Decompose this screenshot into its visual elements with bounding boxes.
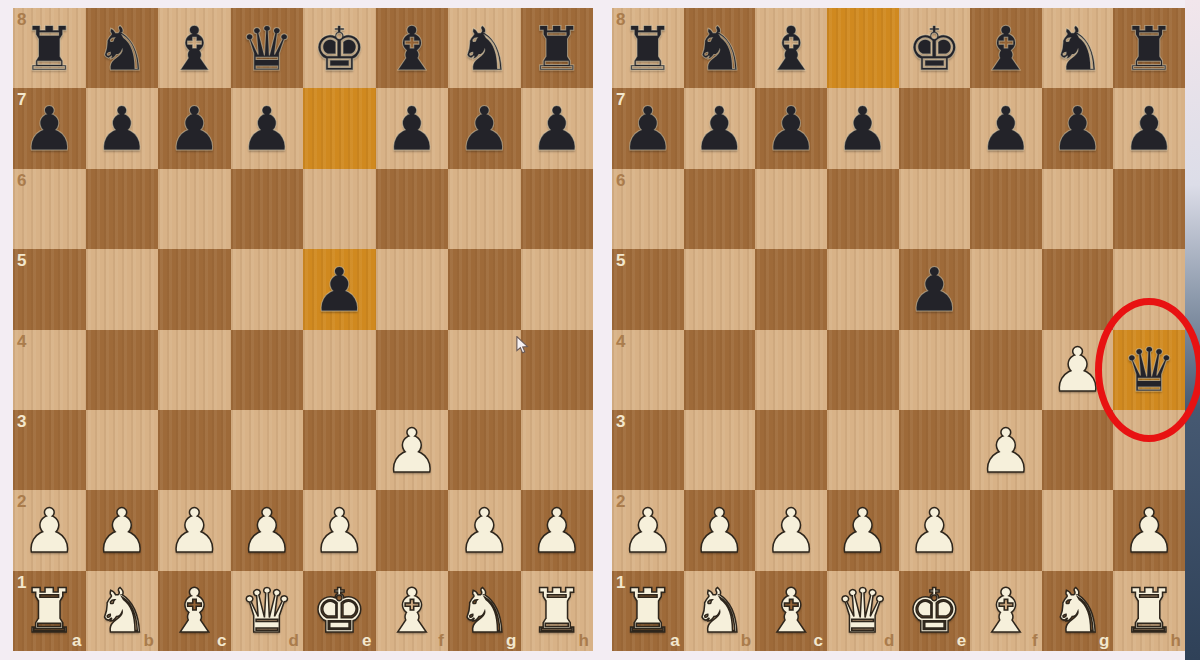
square-e2-right[interactable]: ♟ — [899, 490, 971, 570]
square-h4-right[interactable]: ♛ — [1113, 330, 1185, 410]
piece-white-king-e1[interactable]: ♚ — [312, 580, 367, 641]
piece-black-pawn-g7[interactable]: ♟ — [457, 98, 512, 159]
square-c5-left[interactable] — [158, 249, 231, 329]
square-e8-left[interactable]: ♚ — [303, 8, 376, 88]
square-b1-left[interactable]: b♞ — [86, 571, 159, 651]
square-a8-left[interactable]: 8♜ — [13, 8, 86, 88]
square-f8-left[interactable]: ♝ — [376, 8, 449, 88]
square-c6-left[interactable] — [158, 169, 231, 249]
piece-white-king-e1[interactable]: ♚ — [907, 580, 962, 641]
square-b4-right[interactable] — [684, 330, 756, 410]
piece-white-pawn-b2[interactable]: ♟ — [692, 500, 747, 561]
square-g8-left[interactable]: ♞ — [448, 8, 521, 88]
square-c6-right[interactable] — [755, 169, 827, 249]
piece-black-pawn-e5[interactable]: ♟ — [312, 259, 367, 320]
square-g3-right[interactable] — [1042, 410, 1114, 490]
chess-board-left[interactable]: 8♜♞♝♛♚♝♞♜7♟♟♟♟♟♟♟65♟43♟2♟♟♟♟♟♟♟1a♜b♞c♝d♛… — [13, 8, 593, 651]
square-h8-right[interactable]: ♜ — [1113, 8, 1185, 88]
square-d1-left[interactable]: d♛ — [231, 571, 304, 651]
square-a7-left[interactable]: 7♟ — [13, 88, 86, 168]
square-c1-right[interactable]: c♝ — [755, 571, 827, 651]
square-h1-left[interactable]: h♜ — [521, 571, 594, 651]
square-b5-right[interactable] — [684, 249, 756, 329]
square-h8-left[interactable]: ♜ — [521, 8, 594, 88]
piece-white-pawn-d2[interactable]: ♟ — [239, 500, 294, 561]
piece-white-knight-g1[interactable]: ♞ — [1050, 580, 1105, 641]
piece-black-knight-g8[interactable]: ♞ — [457, 18, 512, 79]
square-c5-right[interactable] — [755, 249, 827, 329]
square-c3-right[interactable] — [755, 410, 827, 490]
square-f7-right[interactable]: ♟ — [970, 88, 1042, 168]
square-h2-left[interactable]: ♟ — [521, 490, 594, 570]
piece-black-knight-g8[interactable]: ♞ — [1050, 18, 1105, 79]
piece-white-rook-a1[interactable]: ♜ — [22, 580, 77, 641]
square-e7-left[interactable] — [303, 88, 376, 168]
piece-white-rook-h1[interactable]: ♜ — [529, 580, 584, 641]
square-b6-left[interactable] — [86, 169, 159, 249]
piece-white-pawn-g4[interactable]: ♟ — [1050, 339, 1105, 400]
square-g1-left[interactable]: g♞ — [448, 571, 521, 651]
square-d2-left[interactable]: ♟ — [231, 490, 304, 570]
square-a1-left[interactable]: 1a♜ — [13, 571, 86, 651]
square-f4-left[interactable] — [376, 330, 449, 410]
square-a4-left[interactable]: 4 — [13, 330, 86, 410]
square-b5-left[interactable] — [86, 249, 159, 329]
rank-label-4: 4 — [17, 333, 26, 350]
piece-black-bishop-f8[interactable]: ♝ — [384, 18, 439, 79]
piece-white-knight-g1[interactable]: ♞ — [457, 580, 512, 641]
piece-black-bishop-f8[interactable]: ♝ — [979, 18, 1034, 79]
square-a6-left[interactable]: 6 — [13, 169, 86, 249]
square-e4-right[interactable] — [899, 330, 971, 410]
square-f5-left[interactable] — [376, 249, 449, 329]
square-a2-right[interactable]: 2♟ — [612, 490, 684, 570]
piece-white-rook-h1[interactable]: ♜ — [1122, 580, 1177, 641]
piece-white-pawn-g2[interactable]: ♟ — [457, 500, 512, 561]
piece-white-pawn-f3[interactable]: ♟ — [979, 420, 1034, 481]
square-b2-right[interactable]: ♟ — [684, 490, 756, 570]
square-b2-left[interactable]: ♟ — [86, 490, 159, 570]
piece-white-pawn-f3[interactable]: ♟ — [384, 420, 439, 481]
square-d5-left[interactable] — [231, 249, 304, 329]
piece-white-bishop-f1[interactable]: ♝ — [384, 580, 439, 641]
piece-white-pawn-h2[interactable]: ♟ — [1122, 500, 1177, 561]
square-h2-right[interactable]: ♟ — [1113, 490, 1185, 570]
piece-black-pawn-b7[interactable]: ♟ — [692, 98, 747, 159]
square-f2-left[interactable] — [376, 490, 449, 570]
square-d6-right[interactable] — [827, 169, 899, 249]
piece-black-rook-h8[interactable]: ♜ — [1122, 18, 1177, 79]
square-c4-left[interactable] — [158, 330, 231, 410]
square-f4-right[interactable] — [970, 330, 1042, 410]
piece-black-pawn-c7[interactable]: ♟ — [764, 98, 819, 159]
piece-black-pawn-b7[interactable]: ♟ — [94, 98, 149, 159]
square-d5-right[interactable] — [827, 249, 899, 329]
square-h5-right[interactable] — [1113, 249, 1185, 329]
square-b3-left[interactable] — [86, 410, 159, 490]
square-h4-left[interactable] — [521, 330, 594, 410]
square-c4-right[interactable] — [755, 330, 827, 410]
square-c8-right[interactable]: ♝ — [755, 8, 827, 88]
square-g5-right[interactable] — [1042, 249, 1114, 329]
square-c7-left[interactable]: ♟ — [158, 88, 231, 168]
square-g6-left[interactable] — [448, 169, 521, 249]
square-g2-left[interactable]: ♟ — [448, 490, 521, 570]
file-label-f: f — [438, 632, 444, 649]
square-g4-right[interactable]: ♟ — [1042, 330, 1114, 410]
square-a3-left[interactable]: 3 — [13, 410, 86, 490]
square-g7-right[interactable]: ♟ — [1042, 88, 1114, 168]
square-d3-right[interactable] — [827, 410, 899, 490]
piece-white-rook-a1[interactable]: ♜ — [620, 580, 675, 641]
square-b6-right[interactable] — [684, 169, 756, 249]
square-d4-left[interactable] — [231, 330, 304, 410]
piece-black-rook-a8[interactable]: ♜ — [620, 18, 675, 79]
square-f3-left[interactable]: ♟ — [376, 410, 449, 490]
square-f5-right[interactable] — [970, 249, 1042, 329]
square-a8-right[interactable]: 8♜ — [612, 8, 684, 88]
square-c8-left[interactable]: ♝ — [158, 8, 231, 88]
square-e6-left[interactable] — [303, 169, 376, 249]
square-d8-right[interactable] — [827, 8, 899, 88]
square-f6-left[interactable] — [376, 169, 449, 249]
square-h7-left[interactable]: ♟ — [521, 88, 594, 168]
square-e5-left[interactable]: ♟ — [303, 249, 376, 329]
chess-board-right[interactable]: 8♜♞♝♚♝♞♜7♟♟♟♟♟♟♟65♟4♟♛3♟2♟♟♟♟♟♟1a♜b♞c♝d♛… — [612, 8, 1185, 651]
square-g2-right[interactable] — [1042, 490, 1114, 570]
screenshot-canvas: 8♜♞♝♛♚♝♞♜7♟♟♟♟♟♟♟65♟43♟2♟♟♟♟♟♟♟1a♜b♞c♝d♛… — [0, 0, 1200, 660]
piece-black-king-e8[interactable]: ♚ — [312, 18, 367, 79]
square-f6-right[interactable] — [970, 169, 1042, 249]
square-d4-right[interactable] — [827, 330, 899, 410]
piece-black-pawn-d7[interactable]: ♟ — [835, 98, 890, 159]
square-f1-left[interactable]: f♝ — [376, 571, 449, 651]
square-g5-left[interactable] — [448, 249, 521, 329]
square-d7-right[interactable]: ♟ — [827, 88, 899, 168]
square-f2-right[interactable] — [970, 490, 1042, 570]
window-edge-strip — [1185, 0, 1200, 660]
square-c7-right[interactable]: ♟ — [755, 88, 827, 168]
rank-label-4: 4 — [616, 333, 625, 350]
piece-black-pawn-f7[interactable]: ♟ — [384, 98, 439, 159]
piece-white-pawn-e2[interactable]: ♟ — [907, 500, 962, 561]
rank-label-5: 5 — [616, 252, 625, 269]
square-g1-right[interactable]: g♞ — [1042, 571, 1114, 651]
piece-black-knight-b8[interactable]: ♞ — [94, 18, 149, 79]
square-e3-left[interactable] — [303, 410, 376, 490]
square-a4-right[interactable]: 4 — [612, 330, 684, 410]
square-h6-left[interactable] — [521, 169, 594, 249]
square-d2-right[interactable]: ♟ — [827, 490, 899, 570]
square-c2-left[interactable]: ♟ — [158, 490, 231, 570]
square-a3-right[interactable]: 3 — [612, 410, 684, 490]
square-g3-left[interactable] — [448, 410, 521, 490]
square-b4-left[interactable] — [86, 330, 159, 410]
square-g4-left[interactable] — [448, 330, 521, 410]
piece-black-pawn-e5[interactable]: ♟ — [907, 259, 962, 320]
square-a2-left[interactable]: 2♟ — [13, 490, 86, 570]
square-g6-right[interactable] — [1042, 169, 1114, 249]
square-a7-right[interactable]: 7♟ — [612, 88, 684, 168]
square-b8-right[interactable]: ♞ — [684, 8, 756, 88]
square-c2-right[interactable]: ♟ — [755, 490, 827, 570]
piece-black-pawn-c7[interactable]: ♟ — [167, 98, 222, 159]
piece-white-pawn-e2[interactable]: ♟ — [312, 500, 367, 561]
piece-black-pawn-d7[interactable]: ♟ — [239, 98, 294, 159]
piece-black-rook-h8[interactable]: ♜ — [529, 18, 584, 79]
square-a6-right[interactable]: 6 — [612, 169, 684, 249]
piece-white-pawn-a2[interactable]: ♟ — [22, 500, 77, 561]
piece-white-bishop-f1[interactable]: ♝ — [979, 580, 1034, 641]
piece-black-queen-d8[interactable]: ♛ — [239, 18, 294, 79]
square-h6-right[interactable] — [1113, 169, 1185, 249]
piece-black-bishop-c8[interactable]: ♝ — [167, 18, 222, 79]
square-a1-right[interactable]: 1a♜ — [612, 571, 684, 651]
piece-black-pawn-h7[interactable]: ♟ — [529, 98, 584, 159]
square-f1-right[interactable]: f♝ — [970, 571, 1042, 651]
square-e6-right[interactable] — [899, 169, 971, 249]
square-c3-left[interactable] — [158, 410, 231, 490]
piece-black-rook-a8[interactable]: ♜ — [22, 18, 77, 79]
piece-black-bishop-c8[interactable]: ♝ — [764, 18, 819, 79]
piece-white-pawn-c2[interactable]: ♟ — [764, 500, 819, 561]
square-e4-left[interactable] — [303, 330, 376, 410]
piece-black-pawn-g7[interactable]: ♟ — [1050, 98, 1105, 159]
square-e1-left[interactable]: e♚ — [303, 571, 376, 651]
square-e5-right[interactable]: ♟ — [899, 249, 971, 329]
piece-black-knight-b8[interactable]: ♞ — [692, 18, 747, 79]
piece-black-pawn-a7[interactable]: ♟ — [620, 98, 675, 159]
rank-label-3: 3 — [17, 413, 26, 430]
square-h5-left[interactable] — [521, 249, 594, 329]
square-b8-left[interactable]: ♞ — [86, 8, 159, 88]
square-c1-left[interactable]: c♝ — [158, 571, 231, 651]
square-d3-left[interactable] — [231, 410, 304, 490]
piece-white-pawn-c2[interactable]: ♟ — [167, 500, 222, 561]
piece-white-queen-d1[interactable]: ♛ — [835, 580, 890, 641]
square-b7-right[interactable]: ♟ — [684, 88, 756, 168]
square-h3-left[interactable] — [521, 410, 594, 490]
square-e1-right[interactable]: e♚ — [899, 571, 971, 651]
square-e8-right[interactable]: ♚ — [899, 8, 971, 88]
square-e3-right[interactable] — [899, 410, 971, 490]
piece-white-pawn-b2[interactable]: ♟ — [94, 500, 149, 561]
rank-label-6: 6 — [616, 172, 625, 189]
piece-black-pawn-f7[interactable]: ♟ — [979, 98, 1034, 159]
piece-white-bishop-c1[interactable]: ♝ — [167, 580, 222, 641]
square-b3-right[interactable] — [684, 410, 756, 490]
piece-white-knight-b1[interactable]: ♞ — [94, 580, 149, 641]
square-b1-right[interactable]: b♞ — [684, 571, 756, 651]
piece-white-bishop-c1[interactable]: ♝ — [764, 580, 819, 641]
rank-label-6: 6 — [17, 172, 26, 189]
piece-white-knight-b1[interactable]: ♞ — [692, 580, 747, 641]
piece-white-pawn-h2[interactable]: ♟ — [529, 500, 584, 561]
rank-label-3: 3 — [616, 413, 625, 430]
piece-black-pawn-a7[interactable]: ♟ — [22, 98, 77, 159]
square-g8-right[interactable]: ♞ — [1042, 8, 1114, 88]
square-e7-right[interactable] — [899, 88, 971, 168]
square-f7-left[interactable]: ♟ — [376, 88, 449, 168]
rank-label-5: 5 — [17, 252, 26, 269]
square-h3-right[interactable] — [1113, 410, 1185, 490]
square-h1-right[interactable]: h♜ — [1113, 571, 1185, 651]
square-h7-right[interactable]: ♟ — [1113, 88, 1185, 168]
piece-white-queen-d1[interactable]: ♛ — [239, 580, 294, 641]
square-b7-left[interactable]: ♟ — [86, 88, 159, 168]
square-f8-right[interactable]: ♝ — [970, 8, 1042, 88]
square-d6-left[interactable] — [231, 169, 304, 249]
piece-black-pawn-h7[interactable]: ♟ — [1122, 98, 1177, 159]
square-d1-right[interactable]: d♛ — [827, 571, 899, 651]
square-d7-left[interactable]: ♟ — [231, 88, 304, 168]
square-g7-left[interactable]: ♟ — [448, 88, 521, 168]
piece-white-pawn-a2[interactable]: ♟ — [620, 500, 675, 561]
piece-black-queen-h4[interactable]: ♛ — [1122, 339, 1177, 400]
square-a5-left[interactable]: 5 — [13, 249, 86, 329]
square-d8-left[interactable]: ♛ — [231, 8, 304, 88]
piece-black-king-e8[interactable]: ♚ — [907, 18, 962, 79]
piece-white-pawn-d2[interactable]: ♟ — [835, 500, 890, 561]
square-a5-right[interactable]: 5 — [612, 249, 684, 329]
square-e2-left[interactable]: ♟ — [303, 490, 376, 570]
square-f3-right[interactable]: ♟ — [970, 410, 1042, 490]
